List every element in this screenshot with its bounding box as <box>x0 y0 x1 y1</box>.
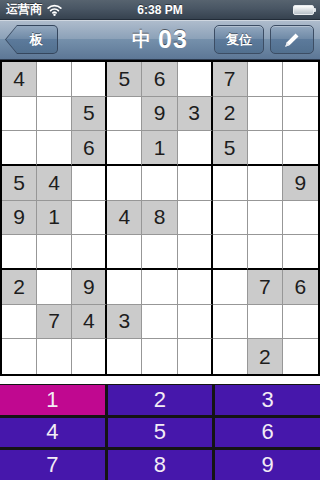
cell-r2c2[interactable] <box>37 97 72 132</box>
cell-r5c9[interactable] <box>283 201 318 236</box>
app-screen: 运营商 6:38 PM 板 中 03 复位 <box>0 0 320 480</box>
cell-r4c1[interactable]: 5 <box>2 166 37 201</box>
puzzle-number: 03 <box>158 25 188 54</box>
key-8[interactable]: 8 <box>108 450 213 480</box>
cell-r3c7[interactable]: 5 <box>213 131 248 166</box>
cell-r4c3[interactable] <box>72 166 107 201</box>
cell-r6c5[interactable] <box>142 235 177 270</box>
cell-r2c5[interactable]: 9 <box>142 97 177 132</box>
cell-r3c4[interactable] <box>107 131 142 166</box>
cell-r7c2[interactable] <box>37 270 72 305</box>
cell-r2c6[interactable]: 3 <box>178 97 213 132</box>
key-4[interactable]: 4 <box>0 418 105 448</box>
nav-bar: 板 中 03 复位 <box>0 20 320 60</box>
cell-r4c9[interactable]: 9 <box>283 166 318 201</box>
key-5[interactable]: 5 <box>108 418 213 448</box>
cell-r3c3[interactable]: 6 <box>72 131 107 166</box>
cell-r8c9[interactable] <box>283 305 318 340</box>
cell-r1c4[interactable]: 5 <box>107 62 142 97</box>
cell-r8c4[interactable]: 3 <box>107 305 142 340</box>
battery-icon <box>293 5 314 15</box>
cell-r5c6[interactable] <box>178 201 213 236</box>
cell-r2c4[interactable] <box>107 97 142 132</box>
cell-r7c5[interactable] <box>142 270 177 305</box>
cell-r8c2[interactable]: 7 <box>37 305 72 340</box>
cell-r5c2[interactable]: 1 <box>37 201 72 236</box>
cell-r1c1[interactable]: 4 <box>2 62 37 97</box>
cell-r2c1[interactable] <box>2 97 37 132</box>
cell-r5c4[interactable]: 4 <box>107 201 142 236</box>
cell-r8c5[interactable] <box>142 305 177 340</box>
cell-r9c3[interactable] <box>72 339 107 374</box>
cell-r6c8[interactable] <box>248 235 283 270</box>
key-2[interactable]: 2 <box>108 385 213 415</box>
cell-r1c8[interactable] <box>248 62 283 97</box>
cell-r8c8[interactable] <box>248 305 283 340</box>
back-button[interactable]: 板 <box>5 25 58 54</box>
cell-r9c1[interactable] <box>2 339 37 374</box>
cell-r9c2[interactable] <box>37 339 72 374</box>
cell-r7c8[interactable]: 7 <box>248 270 283 305</box>
cell-r7c7[interactable] <box>213 270 248 305</box>
cell-r2c8[interactable] <box>248 97 283 132</box>
cell-r8c3[interactable]: 4 <box>72 305 107 340</box>
cell-r7c9[interactable]: 6 <box>283 270 318 305</box>
cell-r3c2[interactable] <box>37 131 72 166</box>
cell-r7c4[interactable] <box>107 270 142 305</box>
key-9[interactable]: 9 <box>215 450 320 480</box>
key-7[interactable]: 7 <box>0 450 105 480</box>
cell-r3c5[interactable]: 1 <box>142 131 177 166</box>
cell-r5c3[interactable] <box>72 201 107 236</box>
key-1[interactable]: 1 <box>0 385 105 415</box>
cell-r1c3[interactable] <box>72 62 107 97</box>
cell-r4c4[interactable] <box>107 166 142 201</box>
cell-r5c7[interactable] <box>213 201 248 236</box>
cell-r2c3[interactable]: 5 <box>72 97 107 132</box>
cell-r5c1[interactable]: 9 <box>2 201 37 236</box>
cell-r9c5[interactable] <box>142 339 177 374</box>
cell-r6c7[interactable] <box>213 235 248 270</box>
cell-r7c3[interactable]: 9 <box>72 270 107 305</box>
cell-r6c2[interactable] <box>37 235 72 270</box>
cell-r9c9[interactable] <box>283 339 318 374</box>
cell-r2c9[interactable] <box>283 97 318 132</box>
board-keypad-gap <box>0 376 320 384</box>
cell-r3c9[interactable] <box>283 131 318 166</box>
cell-r1c5[interactable]: 6 <box>142 62 177 97</box>
cell-r6c3[interactable] <box>72 235 107 270</box>
cell-r9c7[interactable] <box>213 339 248 374</box>
cell-r3c1[interactable] <box>2 131 37 166</box>
cell-r4c7[interactable] <box>213 166 248 201</box>
key-6[interactable]: 6 <box>215 418 320 448</box>
cell-r8c1[interactable] <box>2 305 37 340</box>
cell-r1c6[interactable] <box>178 62 213 97</box>
cell-r4c5[interactable] <box>142 166 177 201</box>
cell-r3c8[interactable] <box>248 131 283 166</box>
cell-r9c6[interactable] <box>178 339 213 374</box>
cell-r6c6[interactable] <box>178 235 213 270</box>
cell-r4c6[interactable] <box>178 166 213 201</box>
pencil-icon <box>282 30 302 50</box>
cell-r6c1[interactable] <box>2 235 37 270</box>
cell-r5c5[interactable]: 8 <box>142 201 177 236</box>
sudoku-board: 45675932615549914829767432 <box>0 60 320 376</box>
cell-r6c9[interactable] <box>283 235 318 270</box>
cell-r4c2[interactable]: 4 <box>37 166 72 201</box>
cell-r1c2[interactable] <box>37 62 72 97</box>
cell-r1c9[interactable] <box>283 62 318 97</box>
cell-r2c7[interactable]: 2 <box>213 97 248 132</box>
cell-r3c6[interactable] <box>178 131 213 166</box>
cell-r4c8[interactable] <box>248 166 283 201</box>
cell-r8c7[interactable] <box>213 305 248 340</box>
cell-r7c1[interactable]: 2 <box>2 270 37 305</box>
cell-r7c6[interactable] <box>178 270 213 305</box>
difficulty-label: 中 <box>132 27 151 53</box>
clock: 6:38 PM <box>0 3 320 17</box>
cell-r5c8[interactable] <box>248 201 283 236</box>
cell-r9c8[interactable]: 2 <box>248 339 283 374</box>
reset-button[interactable]: 复位 <box>214 25 264 54</box>
keypad: 123456789 <box>0 384 320 480</box>
cell-r6c4[interactable] <box>107 235 142 270</box>
status-bar: 运营商 6:38 PM <box>0 0 320 20</box>
cell-r8c6[interactable] <box>178 305 213 340</box>
pencil-button[interactable] <box>270 25 314 54</box>
key-3[interactable]: 3 <box>215 385 320 415</box>
cell-r1c7[interactable]: 7 <box>213 62 248 97</box>
cell-r9c4[interactable] <box>107 339 142 374</box>
